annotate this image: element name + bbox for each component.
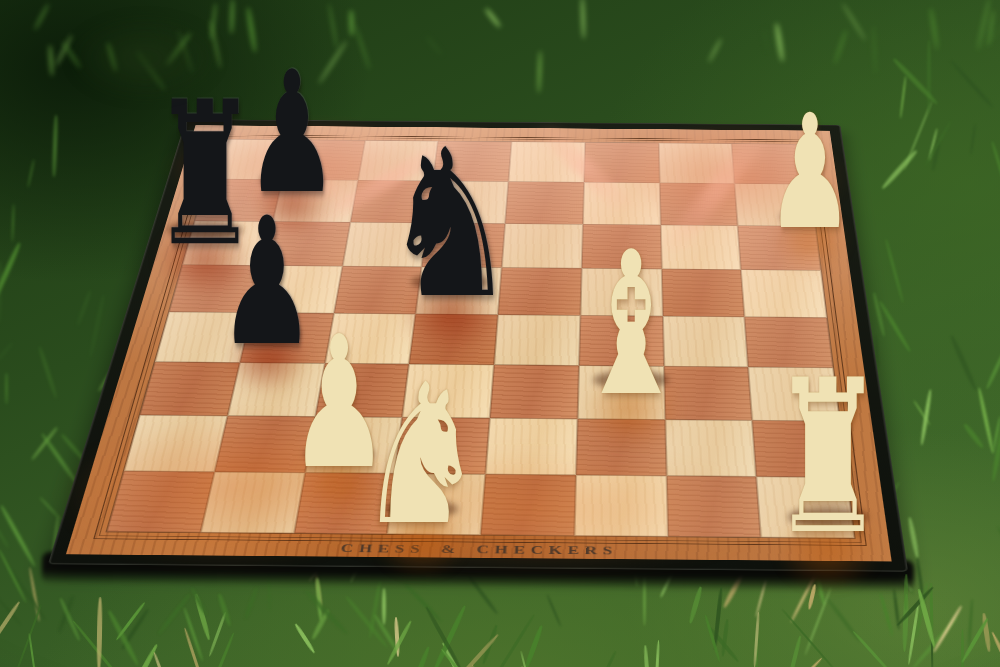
- grass-blade: [28, 633, 38, 667]
- photo-scene: CHESS & CHECKERS ♜♟♟♞♟♞♝♟♜: [0, 0, 1000, 667]
- grass-blade: [781, 608, 837, 667]
- grass-blades-foreground: [0, 0, 1000, 667]
- grass-blade: [852, 630, 893, 667]
- grass-blade: [304, 590, 348, 636]
- grass-blade: [807, 584, 817, 610]
- grass-blade: [120, 644, 159, 667]
- grass-blade: [917, 588, 937, 647]
- grass-blade: [990, 631, 1000, 667]
- grass-blade: [153, 652, 171, 667]
- grass-blade: [753, 612, 760, 667]
- grass-blade: [96, 597, 102, 667]
- grass-blade: [11, 604, 41, 667]
- grass-blade: [771, 657, 824, 667]
- grass-blade: [0, 600, 20, 648]
- grass-blade: [643, 645, 651, 667]
- grass-blade: [523, 624, 544, 667]
- grass-blade: [596, 650, 617, 667]
- grass-blade: [786, 635, 802, 667]
- grass-blade: [653, 640, 660, 667]
- grass-blade: [115, 602, 146, 641]
- grass-blade: [244, 587, 259, 620]
- grass-blade: [385, 620, 413, 667]
- grass-blade: [408, 646, 430, 667]
- grass-blade: [688, 586, 703, 624]
